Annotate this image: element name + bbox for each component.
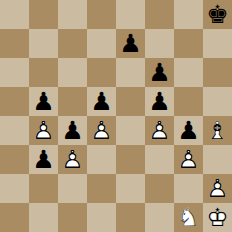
square-e3[interactable] (116, 145, 145, 174)
square-e1[interactable] (116, 203, 145, 232)
square-g7[interactable] (174, 29, 203, 58)
piece-fill-layer: ♟ (87, 87, 116, 116)
black-pawn-piece[interactable]: ♟ (145, 87, 174, 116)
square-g8[interactable] (174, 0, 203, 29)
piece-fill-layer: ♟ (58, 116, 87, 145)
square-h8[interactable]: ♚ (203, 0, 232, 29)
piece-outline-layer: ♙ (145, 116, 174, 145)
white-pawn-piece[interactable]: ♟♙ (87, 116, 116, 145)
square-g6[interactable] (174, 58, 203, 87)
square-g4[interactable]: ♟ (174, 116, 203, 145)
piece-fill-layer: ♟ (29, 145, 58, 174)
square-d7[interactable] (87, 29, 116, 58)
square-e6[interactable] (116, 58, 145, 87)
piece-outline-layer: ♙ (203, 174, 232, 203)
square-f8[interactable] (145, 0, 174, 29)
square-c2[interactable] (58, 174, 87, 203)
square-c7[interactable] (58, 29, 87, 58)
square-h4[interactable]: ♝♗ (203, 116, 232, 145)
square-g2[interactable] (174, 174, 203, 203)
square-c5[interactable] (58, 87, 87, 116)
square-d2[interactable] (87, 174, 116, 203)
white-knight-piece[interactable]: ♞♘ (174, 203, 203, 232)
square-f2[interactable] (145, 174, 174, 203)
square-f7[interactable] (145, 29, 174, 58)
square-f6[interactable]: ♟ (145, 58, 174, 87)
square-d6[interactable] (87, 58, 116, 87)
white-pawn-piece[interactable]: ♟♙ (58, 145, 87, 174)
black-pawn-piece[interactable]: ♟ (174, 116, 203, 145)
square-a4[interactable] (0, 116, 29, 145)
square-c3[interactable]: ♟♙ (58, 145, 87, 174)
square-h1[interactable]: ♚♔ (203, 203, 232, 232)
white-king-piece[interactable]: ♚♔ (203, 203, 232, 232)
piece-outline-layer: ♙ (87, 116, 116, 145)
square-h6[interactable] (203, 58, 232, 87)
square-f1[interactable] (145, 203, 174, 232)
chess-board: ♚♟♟♟♟♟♟♙♟♟♙♟♙♟♝♗♟♟♙♟♙♟♙♞♘♚♔ (0, 0, 232, 232)
square-h2[interactable]: ♟♙ (203, 174, 232, 203)
square-b6[interactable] (29, 58, 58, 87)
square-a8[interactable] (0, 0, 29, 29)
square-b1[interactable] (29, 203, 58, 232)
square-h5[interactable] (203, 87, 232, 116)
square-e7[interactable]: ♟ (116, 29, 145, 58)
piece-fill-layer: ♟ (145, 87, 174, 116)
white-bishop-piece[interactable]: ♝♗ (203, 116, 232, 145)
piece-outline-layer: ♘ (174, 203, 203, 232)
square-b7[interactable] (29, 29, 58, 58)
piece-outline-layer: ♔ (203, 203, 232, 232)
square-g3[interactable]: ♟♙ (174, 145, 203, 174)
square-f4[interactable]: ♟♙ (145, 116, 174, 145)
square-g1[interactable]: ♞♘ (174, 203, 203, 232)
white-pawn-piece[interactable]: ♟♙ (29, 116, 58, 145)
square-c1[interactable] (58, 203, 87, 232)
square-a5[interactable] (0, 87, 29, 116)
square-b8[interactable] (29, 0, 58, 29)
black-pawn-piece[interactable]: ♟ (58, 116, 87, 145)
piece-outline-layer: ♙ (29, 116, 58, 145)
white-pawn-piece[interactable]: ♟♙ (145, 116, 174, 145)
square-a2[interactable] (0, 174, 29, 203)
square-a1[interactable] (0, 203, 29, 232)
square-g5[interactable] (174, 87, 203, 116)
piece-fill-layer: ♟ (29, 87, 58, 116)
piece-outline-layer: ♙ (174, 145, 203, 174)
square-e8[interactable] (116, 0, 145, 29)
square-a7[interactable] (0, 29, 29, 58)
square-d8[interactable] (87, 0, 116, 29)
square-d4[interactable]: ♟♙ (87, 116, 116, 145)
square-f3[interactable] (145, 145, 174, 174)
square-b3[interactable]: ♟ (29, 145, 58, 174)
square-a6[interactable] (0, 58, 29, 87)
square-c8[interactable] (58, 0, 87, 29)
square-e2[interactable] (116, 174, 145, 203)
black-pawn-piece[interactable]: ♟ (116, 29, 145, 58)
square-b2[interactable] (29, 174, 58, 203)
black-pawn-piece[interactable]: ♟ (87, 87, 116, 116)
black-king-piece[interactable]: ♚ (203, 0, 232, 29)
piece-outline-layer: ♙ (58, 145, 87, 174)
square-d1[interactable] (87, 203, 116, 232)
piece-fill-layer: ♟ (174, 116, 203, 145)
square-e5[interactable] (116, 87, 145, 116)
piece-fill-layer: ♚ (203, 0, 232, 29)
square-f5[interactable]: ♟ (145, 87, 174, 116)
square-b5[interactable]: ♟ (29, 87, 58, 116)
square-b4[interactable]: ♟♙ (29, 116, 58, 145)
white-pawn-piece[interactable]: ♟♙ (203, 174, 232, 203)
piece-fill-layer: ♟ (145, 58, 174, 87)
square-d5[interactable]: ♟ (87, 87, 116, 116)
black-pawn-piece[interactable]: ♟ (145, 58, 174, 87)
black-pawn-piece[interactable]: ♟ (29, 87, 58, 116)
white-pawn-piece[interactable]: ♟♙ (174, 145, 203, 174)
piece-fill-layer: ♟ (116, 29, 145, 58)
square-h7[interactable] (203, 29, 232, 58)
square-h3[interactable] (203, 145, 232, 174)
black-pawn-piece[interactable]: ♟ (29, 145, 58, 174)
square-c4[interactable]: ♟ (58, 116, 87, 145)
square-d3[interactable] (87, 145, 116, 174)
square-c6[interactable] (58, 58, 87, 87)
square-e4[interactable] (116, 116, 145, 145)
square-a3[interactable] (0, 145, 29, 174)
piece-outline-layer: ♗ (203, 116, 232, 145)
